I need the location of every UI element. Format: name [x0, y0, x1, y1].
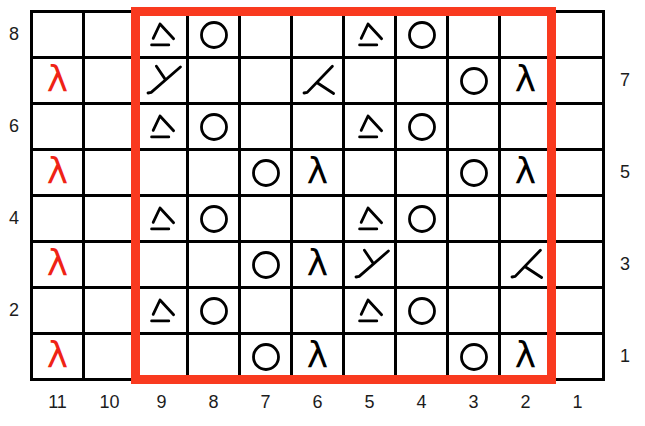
yarn-over-icon [194, 200, 234, 238]
column-label-9: 9 [137, 388, 186, 416]
lambda-decrease-icon: λ [307, 337, 328, 373]
row-label-5: 5 [607, 151, 643, 194]
double-decrease-icon [350, 108, 390, 146]
cell-r2-c5 [345, 289, 394, 332]
cell-r2-c4 [397, 289, 446, 332]
double-decrease-icon [142, 200, 182, 238]
cell-r2-c7 [241, 289, 290, 332]
row-labels-right: 7531 [607, 10, 643, 381]
cell-r4-c8 [189, 197, 238, 240]
yarn-over-icon [246, 246, 286, 284]
cell-r3-c11: λ [33, 243, 82, 286]
cell-r8-c3 [449, 13, 498, 56]
cell-r6-c3 [449, 105, 498, 148]
cell-r4-c7 [241, 197, 290, 240]
label-empty [0, 59, 28, 102]
cell-r3-c4 [397, 243, 446, 286]
cell-r1-c5 [345, 335, 394, 378]
row-label-7: 7 [607, 59, 643, 102]
yarn-over-icon [194, 108, 234, 146]
knitting-chart: 8642 λλλλλλλλλλ 7531 1110987654321 [0, 0, 645, 426]
cell-r8-c5 [345, 13, 394, 56]
cell-r6-c6 [293, 105, 342, 148]
cell-r6-c7 [241, 105, 290, 148]
row-label-6: 6 [0, 105, 28, 148]
label-empty [0, 335, 28, 378]
cell-r1-c2: λ [501, 335, 550, 378]
double-decrease-icon [350, 200, 390, 238]
column-label-1: 1 [553, 388, 602, 416]
red-lambda-decrease-icon: λ [47, 337, 68, 373]
cell-r5-c10 [85, 151, 134, 194]
cell-r5-c8 [189, 151, 238, 194]
column-labels: 1110987654321 [30, 388, 605, 416]
double-decrease-icon [142, 292, 182, 330]
cell-r4-c10 [85, 197, 134, 240]
cell-r4-c6 [293, 197, 342, 240]
cell-r7-c6 [293, 59, 342, 102]
cell-r5-c7 [241, 151, 290, 194]
cell-r1-c11: λ [33, 335, 82, 378]
cell-r7-c11: λ [33, 59, 82, 102]
row-label-4: 4 [0, 197, 28, 240]
cell-r7-c3 [449, 59, 498, 102]
cell-r6-c5 [345, 105, 394, 148]
cell-r1-c4 [397, 335, 446, 378]
cell-r8-c1 [553, 13, 602, 56]
yarn-over-icon [402, 108, 442, 146]
double-decrease-icon [350, 16, 390, 54]
yarn-over-icon [402, 292, 442, 330]
cell-r3-c9 [137, 243, 186, 286]
label-empty [607, 105, 643, 148]
cell-r7-c8 [189, 59, 238, 102]
column-label-4: 4 [397, 388, 446, 416]
cell-r4-c1 [553, 197, 602, 240]
column-label-11: 11 [33, 388, 82, 416]
triple-decrease-left-icon [142, 62, 182, 100]
cell-r8-c4 [397, 13, 446, 56]
cell-r7-c10 [85, 59, 134, 102]
cell-r7-c4 [397, 59, 446, 102]
cell-r3-c8 [189, 243, 238, 286]
cell-r3-c6: λ [293, 243, 342, 286]
red-lambda-decrease-icon: λ [47, 153, 68, 189]
yarn-over-icon [194, 292, 234, 330]
cell-r5-c6: λ [293, 151, 342, 194]
yarn-over-icon [194, 16, 234, 54]
cell-r6-c10 [85, 105, 134, 148]
cell-r5-c1 [553, 151, 602, 194]
cell-r2-c9 [137, 289, 186, 332]
row-label-3: 3 [607, 243, 643, 286]
cell-r4-c5 [345, 197, 394, 240]
cell-r7-c7 [241, 59, 290, 102]
cell-r5-c5 [345, 151, 394, 194]
label-empty [607, 197, 643, 240]
cell-r4-c9 [137, 197, 186, 240]
cell-r3-c1 [553, 243, 602, 286]
cell-r4-c4 [397, 197, 446, 240]
cell-r2-c11 [33, 289, 82, 332]
cell-r8-c11 [33, 13, 82, 56]
cell-r6-c2 [501, 105, 550, 148]
lambda-decrease-icon: λ [307, 245, 328, 281]
column-label-2: 2 [501, 388, 550, 416]
yarn-over-icon [402, 16, 442, 54]
cell-r1-c6: λ [293, 335, 342, 378]
cell-r2-c6 [293, 289, 342, 332]
lambda-decrease-icon: λ [307, 153, 328, 189]
triple-decrease-right-icon [298, 62, 338, 100]
column-label-5: 5 [345, 388, 394, 416]
double-decrease-icon [142, 108, 182, 146]
cell-r6-c1 [553, 105, 602, 148]
cell-r2-c10 [85, 289, 134, 332]
cell-r8-c2 [501, 13, 550, 56]
double-decrease-icon [350, 292, 390, 330]
yarn-over-icon [246, 338, 286, 376]
double-decrease-icon [142, 16, 182, 54]
cell-r3-c2 [501, 243, 550, 286]
lambda-decrease-icon: λ [515, 337, 536, 373]
cell-r5-c3 [449, 151, 498, 194]
column-label-10: 10 [85, 388, 134, 416]
triple-decrease-right-icon [506, 246, 546, 284]
cell-r5-c4 [397, 151, 446, 194]
cell-r3-c5 [345, 243, 394, 286]
cell-r6-c9 [137, 105, 186, 148]
red-lambda-decrease-icon: λ [47, 61, 68, 97]
cell-r8-c7 [241, 13, 290, 56]
cell-r2-c8 [189, 289, 238, 332]
cell-r4-c3 [449, 197, 498, 240]
column-label-7: 7 [241, 388, 290, 416]
row-label-8: 8 [0, 13, 28, 56]
label-empty [0, 151, 28, 194]
cell-r7-c5 [345, 59, 394, 102]
yarn-over-icon [454, 154, 494, 192]
red-lambda-decrease-icon: λ [47, 245, 68, 281]
chart-grid-area: λλλλλλλλλλ [30, 10, 605, 381]
row-label-1: 1 [607, 335, 643, 378]
label-empty [0, 243, 28, 286]
cell-r1-c1 [553, 335, 602, 378]
cell-r8-c10 [85, 13, 134, 56]
cell-r7-c2: λ [501, 59, 550, 102]
yarn-over-icon [246, 154, 286, 192]
cell-r1-c3 [449, 335, 498, 378]
label-empty [607, 289, 643, 332]
cell-r4-c2 [501, 197, 550, 240]
label-empty [607, 13, 643, 56]
yarn-over-icon [402, 200, 442, 238]
cell-r8-c9 [137, 13, 186, 56]
cell-r7-c9 [137, 59, 186, 102]
cell-r4-c11 [33, 197, 82, 240]
triple-decrease-left-icon [350, 246, 390, 284]
column-label-3: 3 [449, 388, 498, 416]
row-label-2: 2 [0, 289, 28, 332]
chart-grid: λλλλλλλλλλ [30, 10, 605, 381]
yarn-over-icon [454, 62, 494, 100]
cell-r3-c7 [241, 243, 290, 286]
cell-r1-c8 [189, 335, 238, 378]
cell-r1-c10 [85, 335, 134, 378]
column-label-8: 8 [189, 388, 238, 416]
cell-r6-c11 [33, 105, 82, 148]
yarn-over-icon [454, 338, 494, 376]
cell-r8-c6 [293, 13, 342, 56]
row-labels-left: 8642 [0, 10, 28, 381]
cell-r1-c7 [241, 335, 290, 378]
cell-r2-c2 [501, 289, 550, 332]
cell-r1-c9 [137, 335, 186, 378]
cell-r5-c9 [137, 151, 186, 194]
cell-r3-c3 [449, 243, 498, 286]
cell-r6-c4 [397, 105, 446, 148]
cell-r5-c11: λ [33, 151, 82, 194]
cell-r5-c2: λ [501, 151, 550, 194]
cell-r2-c1 [553, 289, 602, 332]
lambda-decrease-icon: λ [515, 61, 536, 97]
cell-r2-c3 [449, 289, 498, 332]
cell-r7-c1 [553, 59, 602, 102]
cell-r3-c10 [85, 243, 134, 286]
lambda-decrease-icon: λ [515, 153, 536, 189]
cell-r8-c8 [189, 13, 238, 56]
column-label-6: 6 [293, 388, 342, 416]
cell-r6-c8 [189, 105, 238, 148]
